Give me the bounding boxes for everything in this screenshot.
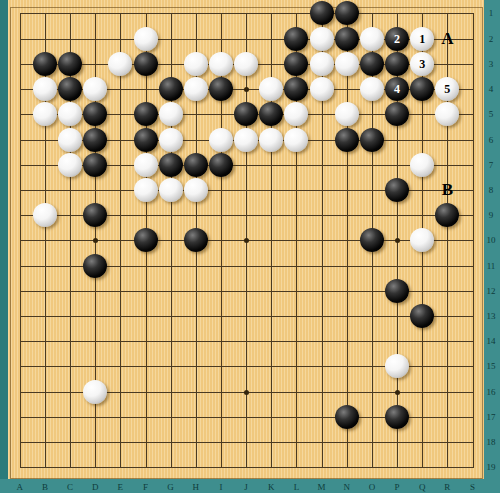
stone-E3[interactable]	[108, 52, 132, 76]
file-label-G: G	[164, 483, 178, 492]
stone-O6[interactable]	[360, 128, 384, 152]
stone-C3[interactable]	[58, 52, 82, 76]
stone-L2[interactable]	[284, 27, 308, 51]
board-left-margin	[0, 0, 8, 479]
stone-F2[interactable]	[134, 27, 158, 51]
rank-label-2: 2	[483, 35, 499, 44]
stone-P8[interactable]	[385, 178, 409, 202]
rank-label-7: 7	[483, 161, 499, 170]
stone-C4[interactable]	[58, 77, 82, 101]
stone-H4[interactable]	[184, 77, 208, 101]
stone-G6[interactable]	[159, 128, 183, 152]
stone-G7[interactable]	[159, 153, 183, 177]
rank-label-5: 5	[483, 110, 499, 119]
rank-label-13: 13	[483, 312, 499, 321]
file-label-C: C	[63, 483, 77, 492]
stone-D7[interactable]	[83, 153, 107, 177]
stone-L4[interactable]	[284, 77, 308, 101]
stone-K5[interactable]	[259, 102, 283, 126]
stone-P17[interactable]	[385, 405, 409, 429]
stone-H8[interactable]	[184, 178, 208, 202]
stone-P15[interactable]	[385, 354, 409, 378]
move-number-label: 3	[419, 58, 425, 70]
stone-P3[interactable]	[385, 52, 409, 76]
stone-J6[interactable]	[234, 128, 258, 152]
stone-Q4[interactable]	[410, 77, 434, 101]
rank-label-15: 15	[483, 362, 499, 371]
stone-B3[interactable]	[33, 52, 57, 76]
stone-N2[interactable]	[335, 27, 359, 51]
stone-B4[interactable]	[33, 77, 57, 101]
stone-D16[interactable]	[83, 380, 107, 404]
stone-M3[interactable]	[310, 52, 334, 76]
rank-label-3: 3	[483, 60, 499, 69]
stone-J3[interactable]	[234, 52, 258, 76]
rank-label-18: 18	[483, 438, 499, 447]
file-label-I: I	[214, 483, 228, 492]
stone-C5[interactable]	[58, 102, 82, 126]
stone-N6[interactable]	[335, 128, 359, 152]
stone-B5[interactable]	[33, 102, 57, 126]
file-label-L: L	[289, 483, 303, 492]
grid-line-horizontal	[20, 467, 474, 468]
stone-L3[interactable]	[284, 52, 308, 76]
stone-O3[interactable]	[360, 52, 384, 76]
file-label-K: K	[264, 483, 278, 492]
file-label-N: N	[340, 483, 354, 492]
rank-label-6: 6	[483, 136, 499, 145]
file-label-M: M	[315, 483, 329, 492]
stone-D4[interactable]	[83, 77, 107, 101]
file-label-Q: Q	[415, 483, 429, 492]
file-label-P: P	[390, 483, 404, 492]
stone-R9[interactable]	[435, 203, 459, 227]
stone-N5[interactable]	[335, 102, 359, 126]
stone-F7[interactable]	[134, 153, 158, 177]
rank-label-8: 8	[483, 186, 499, 195]
file-label-A: A	[13, 483, 27, 492]
stone-Q13[interactable]	[410, 304, 434, 328]
grid-line-vertical	[473, 13, 474, 468]
stone-H7[interactable]	[184, 153, 208, 177]
stone-K4[interactable]	[259, 77, 283, 101]
grid-line-horizontal	[20, 341, 474, 342]
file-label-O: O	[365, 483, 379, 492]
move-number-label: 4	[394, 83, 400, 95]
stone-D5[interactable]	[83, 102, 107, 126]
stone-O4[interactable]	[360, 77, 384, 101]
stone-F6[interactable]	[134, 128, 158, 152]
stone-I7[interactable]	[209, 153, 233, 177]
stone-R5[interactable]	[435, 102, 459, 126]
stone-I3[interactable]	[209, 52, 233, 76]
stone-H3[interactable]	[184, 52, 208, 76]
stone-G8[interactable]	[159, 178, 183, 202]
stone-J5[interactable]	[234, 102, 258, 126]
stone-I4[interactable]	[209, 77, 233, 101]
move-number-label: 5	[444, 83, 450, 95]
rank-label-11: 11	[483, 262, 499, 271]
star-point	[93, 238, 98, 243]
stone-K6[interactable]	[259, 128, 283, 152]
stone-P5[interactable]	[385, 102, 409, 126]
file-label-R: R	[440, 483, 454, 492]
stone-O10[interactable]	[360, 228, 384, 252]
stone-H10[interactable]	[184, 228, 208, 252]
stone-M4[interactable]	[310, 77, 334, 101]
stone-L5[interactable]	[284, 102, 308, 126]
star-point	[244, 390, 249, 395]
stone-Q3[interactable]: 3	[410, 52, 434, 76]
point-label-B[interactable]: B	[435, 178, 459, 202]
rank-label-4: 4	[483, 85, 499, 94]
star-point	[244, 87, 249, 92]
rank-label-12: 12	[483, 287, 499, 296]
stone-F5[interactable]	[134, 102, 158, 126]
stone-F3[interactable]	[134, 52, 158, 76]
file-label-S: S	[466, 483, 480, 492]
move-number-label: 1	[419, 33, 425, 45]
stone-N3[interactable]	[335, 52, 359, 76]
stone-D11[interactable]	[83, 254, 107, 278]
rank-label-14: 14	[483, 337, 499, 346]
star-point	[395, 238, 400, 243]
stone-D6[interactable]	[83, 128, 107, 152]
stone-P4[interactable]: 4	[385, 77, 409, 101]
file-label-J: J	[239, 483, 253, 492]
go-app-window: 21345AB ABCDEFGHIJKLMNOPQRS 123456789101…	[0, 0, 500, 493]
stone-C6[interactable]	[58, 128, 82, 152]
stone-G4[interactable]	[159, 77, 183, 101]
stone-R4[interactable]: 5	[435, 77, 459, 101]
stone-C7[interactable]	[58, 153, 82, 177]
rank-label-17: 17	[483, 413, 499, 422]
goban[interactable]: 21345AB	[8, 0, 484, 479]
stone-M1[interactable]	[310, 1, 334, 25]
stone-M2[interactable]	[310, 27, 334, 51]
file-label-F: F	[139, 483, 153, 492]
stone-B9[interactable]	[33, 203, 57, 227]
stone-F10[interactable]	[134, 228, 158, 252]
rank-label-10: 10	[483, 236, 499, 245]
file-label-B: B	[38, 483, 52, 492]
stone-D9[interactable]	[83, 203, 107, 227]
rank-label-19: 19	[483, 463, 499, 472]
stone-P12[interactable]	[385, 279, 409, 303]
stone-L6[interactable]	[284, 128, 308, 152]
file-label-D: D	[88, 483, 102, 492]
stone-P2[interactable]: 2	[385, 27, 409, 51]
stone-Q10[interactable]	[410, 228, 434, 252]
star-point	[395, 390, 400, 395]
point-label-A[interactable]: A	[435, 27, 459, 51]
stone-F8[interactable]	[134, 178, 158, 202]
grid-line-vertical	[347, 13, 348, 468]
grid-line-horizontal	[20, 442, 474, 443]
rank-label-16: 16	[483, 388, 499, 397]
move-number-label: 2	[394, 33, 400, 45]
stone-Q7[interactable]	[410, 153, 434, 177]
stone-N1[interactable]	[335, 1, 359, 25]
file-label-E: E	[113, 483, 127, 492]
star-point	[244, 238, 249, 243]
file-label-H: H	[189, 483, 203, 492]
rank-label-1: 1	[483, 9, 499, 18]
stone-O2[interactable]	[360, 27, 384, 51]
stone-I6[interactable]	[209, 128, 233, 152]
stone-N17[interactable]	[335, 405, 359, 429]
stone-G5[interactable]	[159, 102, 183, 126]
rank-label-9: 9	[483, 211, 499, 220]
stone-Q2[interactable]: 1	[410, 27, 434, 51]
grid-line-horizontal	[20, 316, 474, 317]
